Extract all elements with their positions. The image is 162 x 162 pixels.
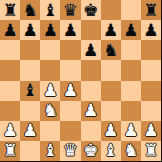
square-b7[interactable]: ♟ (20, 20, 40, 40)
piece-white-pawn[interactable]: ♟ (103, 122, 118, 139)
square-g1[interactable]: ♞ (121, 141, 141, 161)
square-d3[interactable] (60, 101, 80, 121)
square-e8[interactable]: ♚ (81, 0, 101, 20)
square-e3[interactable]: ♟ (81, 101, 101, 121)
piece-black-king[interactable]: ♚ (83, 1, 98, 18)
square-f6[interactable]: ♞ (101, 40, 121, 60)
square-c5[interactable] (40, 60, 60, 80)
chess-board-window: ♜♞♝♛♚♜♟♟♟♟♟♟♟♟♞♝♟♟♞♟♟♟♟♟♟♜♝♛♚♝♞♜ (0, 0, 162, 162)
square-f7[interactable]: ♟ (101, 20, 121, 40)
square-h7[interactable]: ♟ (141, 20, 161, 40)
piece-black-knight[interactable]: ♞ (103, 41, 118, 58)
piece-black-rook[interactable]: ♜ (143, 1, 158, 18)
piece-black-pawn[interactable]: ♟ (143, 21, 158, 38)
square-b4[interactable]: ♝ (20, 81, 40, 101)
piece-black-bishop[interactable]: ♝ (43, 1, 58, 18)
piece-white-pawn[interactable]: ♟ (83, 102, 98, 119)
square-e1[interactable]: ♚ (81, 141, 101, 161)
piece-white-pawn[interactable]: ♟ (23, 122, 38, 139)
square-d1[interactable]: ♛ (60, 141, 80, 161)
piece-white-pawn[interactable]: ♟ (2, 122, 17, 139)
square-f3[interactable] (101, 101, 121, 121)
piece-white-rook[interactable]: ♜ (143, 142, 158, 159)
square-b5[interactable] (20, 60, 40, 80)
square-g7[interactable]: ♟ (121, 20, 141, 40)
square-f1[interactable]: ♝ (101, 141, 121, 161)
square-h1[interactable]: ♜ (141, 141, 161, 161)
square-f4[interactable] (101, 81, 121, 101)
square-f2[interactable]: ♟ (101, 121, 121, 141)
square-d8[interactable]: ♛ (60, 0, 80, 20)
square-g3[interactable] (121, 101, 141, 121)
square-a6[interactable] (0, 40, 20, 60)
square-d5[interactable] (60, 60, 80, 80)
piece-white-queen[interactable]: ♛ (63, 142, 78, 159)
piece-black-knight[interactable]: ♞ (23, 1, 38, 18)
square-a4[interactable] (0, 81, 20, 101)
piece-white-bishop[interactable]: ♝ (103, 142, 118, 159)
piece-black-pawn[interactable]: ♟ (43, 21, 58, 38)
square-d6[interactable] (60, 40, 80, 60)
piece-black-pawn[interactable]: ♟ (23, 21, 38, 38)
piece-black-queen[interactable]: ♛ (63, 1, 78, 18)
square-d7[interactable]: ♟ (60, 20, 80, 40)
square-d2[interactable] (60, 121, 80, 141)
piece-white-pawn[interactable]: ♟ (43, 82, 58, 99)
square-c8[interactable]: ♝ (40, 0, 60, 20)
square-f5[interactable] (101, 60, 121, 80)
square-a8[interactable]: ♜ (0, 0, 20, 20)
square-a1[interactable]: ♜ (0, 141, 20, 161)
square-e4[interactable] (81, 81, 101, 101)
piece-white-knight[interactable]: ♞ (123, 142, 138, 159)
square-g4[interactable] (121, 81, 141, 101)
square-e6[interactable]: ♟ (81, 40, 101, 60)
piece-black-rook[interactable]: ♜ (2, 1, 17, 18)
piece-black-pawn[interactable]: ♟ (103, 21, 118, 38)
piece-white-king[interactable]: ♚ (83, 142, 98, 159)
square-g6[interactable] (121, 40, 141, 60)
square-h6[interactable] (141, 40, 161, 60)
piece-black-pawn[interactable]: ♟ (83, 41, 98, 58)
square-b3[interactable] (20, 101, 40, 121)
square-h4[interactable] (141, 81, 161, 101)
square-h3[interactable] (141, 101, 161, 121)
square-e5[interactable] (81, 60, 101, 80)
square-c7[interactable]: ♟ (40, 20, 60, 40)
square-c2[interactable] (40, 121, 60, 141)
square-a7[interactable]: ♟ (0, 20, 20, 40)
square-a5[interactable] (0, 60, 20, 80)
square-h8[interactable]: ♜ (141, 0, 161, 20)
piece-white-rook[interactable]: ♜ (2, 142, 17, 159)
square-b2[interactable]: ♟ (20, 121, 40, 141)
square-b6[interactable] (20, 40, 40, 60)
square-g5[interactable] (121, 60, 141, 80)
square-f8[interactable] (101, 0, 121, 20)
piece-black-bishop[interactable]: ♝ (23, 82, 38, 99)
square-b1[interactable] (20, 141, 40, 161)
piece-white-pawn[interactable]: ♟ (123, 122, 138, 139)
square-g2[interactable]: ♟ (121, 121, 141, 141)
square-d4[interactable]: ♟ (60, 81, 80, 101)
piece-black-pawn[interactable]: ♟ (2, 21, 17, 38)
piece-white-bishop[interactable]: ♝ (43, 142, 58, 159)
piece-white-knight[interactable]: ♞ (43, 102, 58, 119)
square-g8[interactable] (121, 0, 141, 20)
square-c4[interactable]: ♟ (40, 81, 60, 101)
piece-white-pawn[interactable]: ♟ (63, 82, 78, 99)
piece-black-pawn[interactable]: ♟ (123, 21, 138, 38)
square-a2[interactable]: ♟ (0, 121, 20, 141)
chess-board: ♜♞♝♛♚♜♟♟♟♟♟♟♟♟♞♝♟♟♞♟♟♟♟♟♟♜♝♛♚♝♞♜ (0, 0, 162, 162)
square-c3[interactable]: ♞ (40, 101, 60, 121)
square-b8[interactable]: ♞ (20, 0, 40, 20)
square-c1[interactable]: ♝ (40, 141, 60, 161)
square-e7[interactable] (81, 20, 101, 40)
square-h2[interactable]: ♟ (141, 121, 161, 141)
piece-white-pawn[interactable]: ♟ (143, 122, 158, 139)
square-e2[interactable] (81, 121, 101, 141)
piece-black-pawn[interactable]: ♟ (63, 21, 78, 38)
square-a3[interactable] (0, 101, 20, 121)
square-h5[interactable] (141, 60, 161, 80)
square-c6[interactable] (40, 40, 60, 60)
